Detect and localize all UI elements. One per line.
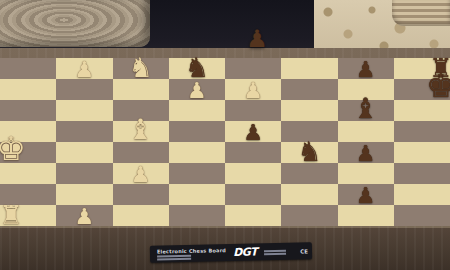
square-b4 xyxy=(169,184,225,205)
square-d2 xyxy=(56,142,112,163)
label-right-block xyxy=(264,248,286,254)
square-h8: ♜ xyxy=(394,58,450,79)
square-g1 xyxy=(0,79,56,100)
piece-white-pawn: ♟ xyxy=(56,59,112,81)
square-b5 xyxy=(225,184,281,205)
ce-mark: CE xyxy=(300,248,308,254)
piece-black-knight: ♞ xyxy=(281,138,337,165)
square-d5 xyxy=(225,142,281,163)
label-fine-print xyxy=(157,255,191,257)
square-b6 xyxy=(281,184,337,205)
captured-black-pawn: ♟ xyxy=(242,27,272,51)
square-c4 xyxy=(169,163,225,184)
square-f4 xyxy=(169,100,225,121)
square-e7 xyxy=(338,121,394,142)
square-c7 xyxy=(338,163,394,184)
square-g7 xyxy=(338,79,394,100)
square-b3 xyxy=(113,184,169,205)
piece-white-pawn: ♟ xyxy=(169,80,225,102)
piece-black-pawn: ♟ xyxy=(338,143,394,165)
square-h2: ♟ xyxy=(56,58,112,79)
square-c5 xyxy=(225,163,281,184)
square-d3 xyxy=(113,142,169,163)
square-h1 xyxy=(0,58,56,79)
square-a6 xyxy=(281,205,337,226)
piece-white-rook: ♜ xyxy=(0,202,39,228)
square-a3 xyxy=(113,205,169,226)
square-h3: ♞ xyxy=(113,58,169,79)
square-g6 xyxy=(281,79,337,100)
square-d4 xyxy=(169,142,225,163)
dgt-label: Electronic Chess Board DGT CE xyxy=(150,242,312,262)
board-squares: ♟♞♞♟♜♟♟♚♝♝♟♚♞♟♟♟♜♟ xyxy=(0,58,450,226)
square-a2: ♟ xyxy=(56,205,112,226)
carved-chair-arm xyxy=(0,0,150,47)
square-c6 xyxy=(281,163,337,184)
square-a8 xyxy=(394,205,450,226)
square-g8: ♚ xyxy=(394,79,450,100)
board-front-edge xyxy=(0,226,450,228)
square-b1 xyxy=(0,184,56,205)
square-h7: ♟ xyxy=(338,58,394,79)
label-title: Electronic Chess Board xyxy=(157,247,226,254)
square-e1 xyxy=(0,121,56,142)
square-a5 xyxy=(225,205,281,226)
piece-black-pawn: ♟ xyxy=(225,122,281,144)
square-f7: ♝ xyxy=(338,100,394,121)
square-c2 xyxy=(56,163,112,184)
piece-white-pawn: ♟ xyxy=(56,206,112,228)
square-c3: ♟ xyxy=(113,163,169,184)
square-a1: ♜ xyxy=(0,205,56,226)
label-fine-print xyxy=(157,258,191,260)
square-f8 xyxy=(394,100,450,121)
square-f6 xyxy=(281,100,337,121)
square-e6 xyxy=(281,121,337,142)
square-f3 xyxy=(113,100,169,121)
piece-black-bishop: ♝ xyxy=(338,95,394,123)
piece-black-pawn: ♟ xyxy=(338,59,394,81)
square-g4: ♟ xyxy=(169,79,225,100)
square-d1: ♚ xyxy=(0,142,56,163)
piece-black-rook: ♜ xyxy=(413,55,450,81)
label-fine-print xyxy=(264,250,286,252)
square-b8 xyxy=(394,184,450,205)
square-e4 xyxy=(169,121,225,142)
square-c1 xyxy=(0,163,56,184)
square-d6: ♞ xyxy=(281,142,337,163)
piece-white-bishop: ♝ xyxy=(113,116,169,144)
square-b7: ♟ xyxy=(338,184,394,205)
piece-white-knight: ♞ xyxy=(113,54,169,81)
label-left-block: Electronic Chess Board xyxy=(157,247,226,260)
square-g3 xyxy=(113,79,169,100)
square-d7: ♟ xyxy=(338,142,394,163)
piece-white-pawn: ♟ xyxy=(225,80,281,102)
square-h6 xyxy=(281,58,337,79)
square-g2 xyxy=(56,79,112,100)
square-e2 xyxy=(56,121,112,142)
piece-black-knight: ♞ xyxy=(169,54,225,81)
square-g5: ♟ xyxy=(225,79,281,100)
square-h5 xyxy=(225,58,281,79)
label-fine-print xyxy=(264,253,286,255)
square-f2 xyxy=(56,100,112,121)
square-c8 xyxy=(394,163,450,184)
square-b2 xyxy=(56,184,112,205)
square-e5: ♟ xyxy=(225,121,281,142)
square-e3: ♝ xyxy=(113,121,169,142)
piece-black-pawn: ♟ xyxy=(338,185,394,207)
square-a4 xyxy=(169,205,225,226)
broadcast-photo: ♟♞♞♟♜♟♟♚♝♝♟♚♞♟♟♟♜♟ Electronic Chess Boar… xyxy=(0,0,450,270)
square-e8 xyxy=(394,121,450,142)
square-h4: ♞ xyxy=(169,58,225,79)
chess-board: ♟♞♞♟♜♟♟♚♝♝♟♚♞♟♟♟♜♟ Electronic Chess Boar… xyxy=(0,48,450,270)
square-f1 xyxy=(0,100,56,121)
square-d8 xyxy=(394,142,450,163)
square-f5 xyxy=(225,100,281,121)
square-a7 xyxy=(338,205,394,226)
wicker-basket xyxy=(392,0,450,26)
dgt-logo: DGT xyxy=(233,245,257,258)
piece-white-pawn: ♟ xyxy=(113,164,169,186)
